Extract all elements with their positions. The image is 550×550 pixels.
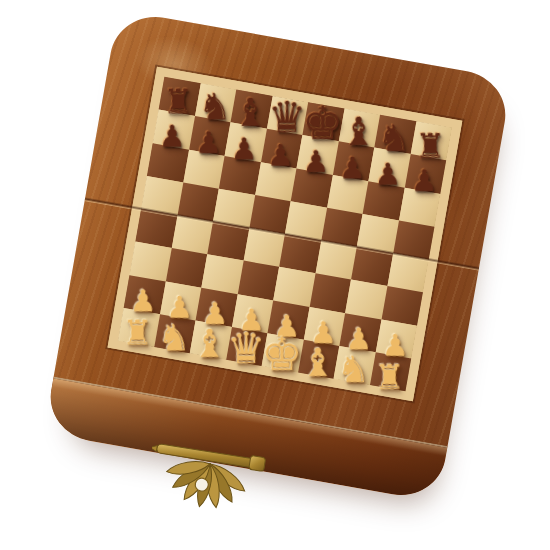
- piece-dark-pawn-c7: ♟: [229, 132, 260, 165]
- dark-pawn-glyph: ♟: [159, 121, 186, 151]
- piece-dark-knight-b8: ♞: [195, 87, 234, 127]
- light-bishop-glyph: ♝: [193, 324, 228, 363]
- piece-dark-pawn-a7: ♟: [157, 120, 188, 153]
- piece-light-knight-g1: ♞: [334, 350, 373, 390]
- piece-dark-pawn-d7: ♟: [265, 139, 296, 172]
- light-bishop-glyph: ♝: [300, 343, 335, 382]
- piece-light-rook-a1: ♜: [120, 314, 156, 351]
- light-rook-glyph: ♜: [374, 360, 404, 394]
- dark-rook-glyph: ♜: [163, 85, 193, 119]
- piece-dark-knight-g8: ♞: [375, 119, 414, 159]
- dark-pawn-glyph: ♟: [267, 140, 294, 170]
- dark-pawn-glyph: ♟: [375, 159, 402, 189]
- dark-bishop-glyph: ♝: [233, 93, 268, 132]
- light-rook-glyph: ♜: [123, 316, 153, 350]
- chess-box: ♜♞♝♛♚♝♞♜♟♟♟♟♟♟♟♟♟♟♟♟♟♟♟♟♜♞♝♛♚♝♞♜: [44, 10, 512, 502]
- dark-pawn-glyph: ♟: [231, 134, 258, 164]
- dark-bishop-glyph: ♝: [341, 112, 376, 151]
- piece-light-knight-b1: ♞: [155, 318, 194, 358]
- piece-dark-pawn-e7: ♟: [301, 145, 332, 178]
- piece-dark-rook-a8: ♜: [161, 83, 197, 120]
- brass-clasp: [152, 438, 272, 543]
- dark-pawn-glyph: ♟: [339, 153, 366, 183]
- product-photo: ♜♞♝♛♚♝♞♜♟♟♟♟♟♟♟♟♟♟♟♟♟♟♟♟♜♞♝♛♚♝♞♜: [0, 0, 550, 550]
- piece-dark-bishop-f8: ♝: [338, 111, 379, 154]
- piece-light-bishop-f1: ♝: [297, 341, 338, 384]
- light-knight-glyph: ♞: [157, 320, 190, 357]
- piece-dark-pawn-h7: ♟: [408, 164, 439, 197]
- dark-rook-glyph: ♜: [415, 129, 445, 163]
- dark-pawn-glyph: ♟: [411, 165, 438, 195]
- light-knight-glyph: ♞: [337, 351, 370, 388]
- light-king-glyph: ♚: [262, 331, 303, 377]
- piece-dark-pawn-g7: ♟: [372, 158, 403, 191]
- dark-pawn-glyph: ♟: [195, 127, 222, 157]
- piece-light-rook-h1: ♜: [372, 358, 408, 395]
- piece-dark-pawn-b7: ♟: [193, 126, 224, 159]
- dark-king-glyph: ♚: [302, 100, 343, 146]
- piece-dark-pawn-f7: ♟: [336, 151, 367, 184]
- dark-knight-glyph: ♞: [198, 89, 231, 126]
- piece-dark-rook-h8: ♜: [412, 128, 448, 165]
- dark-knight-glyph: ♞: [378, 120, 411, 157]
- light-pawn-glyph: ♟: [130, 286, 157, 316]
- light-pawn-glyph: ♟: [382, 330, 409, 360]
- dark-pawn-glyph: ♟: [303, 146, 330, 176]
